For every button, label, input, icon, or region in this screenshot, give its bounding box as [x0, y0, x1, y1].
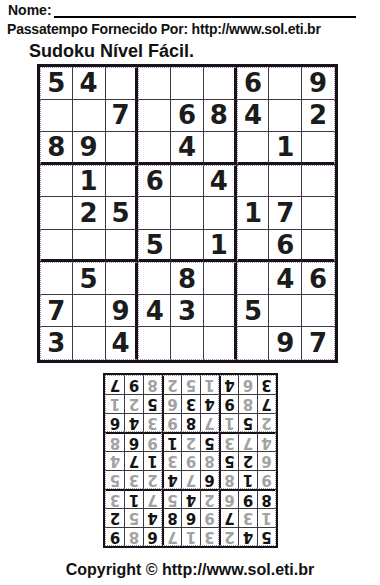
puzzle-cell	[138, 262, 171, 295]
solution-cell: 5	[105, 470, 124, 489]
solution-cell: 8	[219, 470, 238, 489]
puzzle-cell: 8	[40, 132, 73, 165]
puzzle-cell	[73, 327, 106, 360]
solution-cell: 8	[257, 489, 276, 508]
copyright-text: Copyright © http://www.sol.eti.br	[0, 561, 380, 579]
solution-cell: 2	[238, 451, 257, 470]
solution-cell: 6	[143, 527, 162, 546]
solution-cell: 8	[181, 413, 200, 432]
solution-cell: 8	[238, 394, 257, 413]
solution-cell: 1	[219, 413, 238, 432]
puzzle-cell: 6	[237, 67, 270, 100]
solution-cell: 3	[162, 451, 181, 470]
solution-cell: 7	[200, 413, 219, 432]
solution-cell: 1	[238, 470, 257, 489]
solution-cell: 5	[257, 527, 276, 546]
puzzle-cell	[204, 67, 237, 100]
solution-cell: 6	[162, 394, 181, 413]
solution-cell: 3	[105, 489, 124, 508]
puzzle-cell	[73, 100, 106, 133]
puzzle-cell	[237, 327, 270, 360]
sudoku-puzzle-grid: 546976842894116425175165846794353497	[37, 64, 338, 363]
puzzle-cell: 4	[269, 262, 302, 295]
puzzle-cell: 8	[171, 262, 204, 295]
puzzle-cell	[40, 230, 73, 263]
puzzle-cell: 8	[204, 100, 237, 133]
puzzle-cell	[204, 197, 237, 230]
puzzle-cell	[106, 262, 139, 295]
solution-cell: 7	[162, 527, 181, 546]
solution-cell: 9	[162, 413, 181, 432]
solution-cell: 2	[219, 527, 238, 546]
puzzle-cell	[138, 197, 171, 230]
solution-cell: 7	[143, 489, 162, 508]
solution-cell: 8	[105, 432, 124, 451]
puzzle-cell	[204, 327, 237, 360]
puzzle-cell: 5	[106, 197, 139, 230]
solution-cell: 4	[257, 432, 276, 451]
puzzle-cell	[269, 295, 302, 328]
solution-cell: 4	[105, 451, 124, 470]
puzzle-cell: 6	[138, 165, 171, 198]
provided-by-text: Passatempo Fornecido Por: http://www.sol…	[7, 21, 321, 37]
puzzle-cell: 4	[73, 67, 106, 100]
solution-cell: 1	[257, 508, 276, 527]
solution-cell: 6	[105, 413, 124, 432]
puzzle-cell	[40, 100, 73, 133]
solution-cell: 1	[105, 394, 124, 413]
solution-cell: 3	[200, 527, 219, 546]
puzzle-cell: 3	[40, 327, 73, 360]
puzzle-cell	[269, 165, 302, 198]
puzzle-cell: 9	[106, 295, 139, 328]
solution-cell: 3	[181, 394, 200, 413]
puzzle-cell: 7	[106, 100, 139, 133]
solution-cell: 7	[105, 375, 124, 394]
puzzle-cell	[73, 295, 106, 328]
solution-cell: 8	[124, 527, 143, 546]
puzzle-cell	[171, 230, 204, 263]
puzzle-cell: 6	[171, 100, 204, 133]
name-label: Nome:	[8, 3, 52, 18]
solution-cell: 8	[200, 451, 219, 470]
solution-cell: 3	[238, 508, 257, 527]
puzzle-cell	[138, 67, 171, 100]
puzzle-cell	[171, 327, 204, 360]
solution-cell: 2	[200, 489, 219, 508]
puzzle-cell: 5	[237, 295, 270, 328]
solution-cell: 7	[238, 432, 257, 451]
puzzle-cell: 7	[40, 295, 73, 328]
solution-cell: 9	[105, 527, 124, 546]
solution-cell: 6	[238, 375, 257, 394]
solution-cell: 1	[162, 432, 181, 451]
solution-cell: 6	[200, 470, 219, 489]
puzzle-cell	[237, 132, 270, 165]
solution-cell: 4	[200, 394, 219, 413]
solution-cell: 3	[124, 470, 143, 489]
puzzle-cell: 9	[302, 67, 335, 100]
puzzle-cell	[204, 132, 237, 165]
solution-cell: 6	[124, 432, 143, 451]
puzzle-cell	[40, 262, 73, 295]
solution-cell: 2	[181, 432, 200, 451]
solution-cell: 8	[143, 375, 162, 394]
solution-cell: 2	[162, 375, 181, 394]
solution-cell: 5	[219, 451, 238, 470]
puzzle-cell	[269, 100, 302, 133]
puzzle-cell: 2	[302, 100, 335, 133]
solution-cell: 5	[143, 394, 162, 413]
puzzle-cell	[171, 197, 204, 230]
solution-cell: 8	[162, 508, 181, 527]
solution-cell: 7	[257, 394, 276, 413]
puzzle-cell	[40, 197, 73, 230]
puzzle-cell: 4	[106, 327, 139, 360]
solution-cell: 3	[257, 375, 276, 394]
solution-cell: 2	[105, 508, 124, 527]
puzzle-cell	[237, 230, 270, 263]
solution-cell: 3	[143, 413, 162, 432]
puzzle-cell	[106, 230, 139, 263]
solution-cell: 9	[219, 394, 238, 413]
puzzle-cell	[106, 67, 139, 100]
puzzle-cell: 4	[237, 100, 270, 133]
solution-cell: 2	[124, 394, 143, 413]
solution-cell: 5	[124, 508, 143, 527]
puzzle-cell: 4	[138, 295, 171, 328]
puzzle-cell: 9	[73, 132, 106, 165]
puzzle-cell	[302, 165, 335, 198]
puzzle-cell: 5	[73, 262, 106, 295]
solution-cell: 4	[143, 508, 162, 527]
solution-cell: 7	[124, 451, 143, 470]
puzzle-cell	[138, 132, 171, 165]
puzzle-cell: 6	[302, 262, 335, 295]
name-underline	[54, 3, 356, 18]
puzzle-cell	[171, 67, 204, 100]
solution-cell: 9	[181, 451, 200, 470]
solution-cell: 7	[219, 508, 238, 527]
puzzle-cell	[171, 165, 204, 198]
solution-cell: 5	[181, 375, 200, 394]
puzzle-cell	[138, 327, 171, 360]
puzzle-cell	[106, 165, 139, 198]
puzzle-cell: 9	[269, 327, 302, 360]
puzzle-cell: 1	[73, 165, 106, 198]
puzzle-cell	[302, 197, 335, 230]
solution-cell: 1	[200, 375, 219, 394]
puzzle-cell: 7	[269, 197, 302, 230]
solution-cell: 6	[257, 451, 276, 470]
puzzle-cell	[40, 165, 73, 198]
puzzle-cell	[106, 132, 139, 165]
solution-cell: 3	[219, 432, 238, 451]
solution-cell: 4	[162, 470, 181, 489]
puzzle-cell: 1	[204, 230, 237, 263]
name-row: Nome:	[8, 3, 356, 18]
puzzle-cell: 1	[237, 197, 270, 230]
solution-cell: 2	[143, 470, 162, 489]
solution-cell: 9	[124, 375, 143, 394]
puzzle-cell	[138, 100, 171, 133]
sudoku-solution-grid: 5423176891379684528962457139186742356258…	[103, 373, 278, 548]
solution-cell: 4	[238, 527, 257, 546]
solution-cell: 9	[200, 508, 219, 527]
puzzle-cell: 2	[73, 197, 106, 230]
solution-cell: 6	[181, 508, 200, 527]
puzzle-cell: 6	[269, 230, 302, 263]
puzzle-cell: 3	[171, 295, 204, 328]
solution-cell: 9	[257, 470, 276, 489]
solution-cell: 5	[162, 489, 181, 508]
puzzle-cell	[302, 295, 335, 328]
puzzle-cell: 7	[302, 327, 335, 360]
puzzle-cell	[237, 165, 270, 198]
puzzle-cell	[73, 230, 106, 263]
solution-cell: 1	[181, 527, 200, 546]
puzzle-cell: 4	[171, 132, 204, 165]
solution-cell: 7	[181, 470, 200, 489]
puzzle-cell	[237, 262, 270, 295]
puzzle-cell	[204, 262, 237, 295]
solution-cell: 1	[124, 489, 143, 508]
solution-cell: 4	[124, 413, 143, 432]
puzzle-cell: 1	[269, 132, 302, 165]
solution-cell: 4	[181, 489, 200, 508]
solution-cell: 9	[143, 432, 162, 451]
solution-cell: 4	[219, 375, 238, 394]
solution-cell: 9	[238, 489, 257, 508]
puzzle-cell	[302, 230, 335, 263]
page-title: Sudoku Nível Fácil.	[29, 41, 194, 62]
puzzle-cell	[302, 132, 335, 165]
solution-cell: 5	[238, 413, 257, 432]
puzzle-cell: 4	[204, 165, 237, 198]
puzzle-cell	[269, 67, 302, 100]
solution-cell: 6	[219, 489, 238, 508]
solution-cell: 5	[200, 432, 219, 451]
puzzle-cell: 5	[40, 67, 73, 100]
solution-cell: 1	[143, 451, 162, 470]
solution-cell: 2	[257, 413, 276, 432]
puzzle-cell	[204, 295, 237, 328]
puzzle-cell: 5	[138, 230, 171, 263]
